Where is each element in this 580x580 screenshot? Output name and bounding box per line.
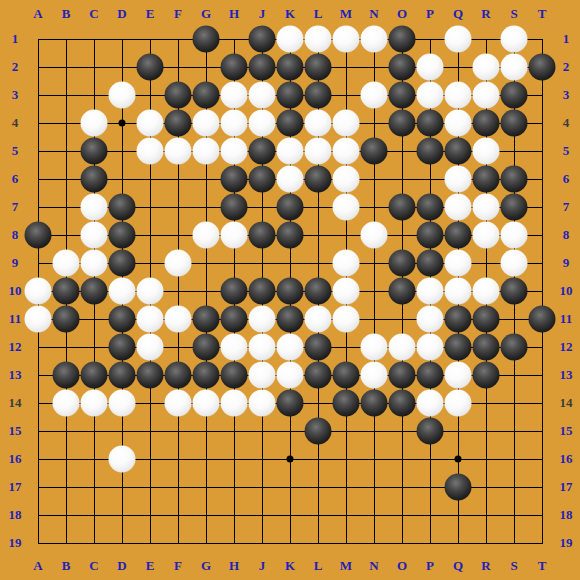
left-coord-label-8: 8 xyxy=(12,227,19,243)
black-stone-M14 xyxy=(333,390,360,417)
white-stone-G8 xyxy=(193,222,220,249)
black-stone-G1 xyxy=(193,26,220,53)
bottom-coord-label-S: S xyxy=(510,558,517,574)
black-stone-E13 xyxy=(137,362,164,389)
white-stone-L1 xyxy=(305,26,332,53)
left-coord-label-18: 18 xyxy=(9,507,22,523)
top-coord-label-D: D xyxy=(117,6,126,22)
white-stone-H14 xyxy=(221,390,248,417)
right-coord-label-4: 4 xyxy=(563,115,570,131)
black-stone-O2 xyxy=(389,54,416,81)
white-stone-J11 xyxy=(249,306,276,333)
bottom-coord-label-D: D xyxy=(117,558,126,574)
top-coord-label-B: B xyxy=(62,6,71,22)
right-coord-label-1: 1 xyxy=(563,31,570,47)
right-coord-label-8: 8 xyxy=(563,227,570,243)
black-stone-L10 xyxy=(305,278,332,305)
black-stone-R4 xyxy=(473,110,500,137)
black-stone-S4 xyxy=(501,110,528,137)
go-board[interactable]: AABBCCDDEEFFGGHHJJKKLLMMNNOOPPQQRRSSTT11… xyxy=(0,0,580,580)
white-stone-R8 xyxy=(473,222,500,249)
right-coord-label-3: 3 xyxy=(563,87,570,103)
black-stone-S3 xyxy=(501,82,528,109)
black-stone-P7 xyxy=(417,194,444,221)
black-stone-F13 xyxy=(165,362,192,389)
white-stone-H3 xyxy=(221,82,248,109)
white-stone-L4 xyxy=(305,110,332,137)
right-coord-label-10: 10 xyxy=(560,283,573,299)
black-stone-L3 xyxy=(305,82,332,109)
black-stone-P13 xyxy=(417,362,444,389)
left-coord-label-7: 7 xyxy=(12,199,19,215)
left-coord-label-13: 13 xyxy=(9,367,22,383)
white-stone-P14 xyxy=(417,390,444,417)
white-stone-N13 xyxy=(361,362,388,389)
white-stone-J12 xyxy=(249,334,276,361)
right-coord-label-5: 5 xyxy=(563,143,570,159)
white-stone-P11 xyxy=(417,306,444,333)
black-stone-K7 xyxy=(277,194,304,221)
white-stone-P3 xyxy=(417,82,444,109)
bottom-coord-label-J: J xyxy=(259,558,266,574)
black-stone-H11 xyxy=(221,306,248,333)
black-stone-K14 xyxy=(277,390,304,417)
black-stone-L15 xyxy=(305,418,332,445)
left-coord-label-15: 15 xyxy=(9,423,22,439)
grid-horizontal-line-15 xyxy=(38,431,543,432)
white-stone-E12 xyxy=(137,334,164,361)
black-stone-P8 xyxy=(417,222,444,249)
white-stone-R5 xyxy=(473,138,500,165)
black-stone-F4 xyxy=(165,110,192,137)
black-stone-B10 xyxy=(53,278,80,305)
bottom-coord-label-A: A xyxy=(33,558,42,574)
white-stone-H5 xyxy=(221,138,248,165)
left-coord-label-11: 11 xyxy=(9,311,21,327)
top-coord-label-T: T xyxy=(538,6,547,22)
white-stone-Q6 xyxy=(445,166,472,193)
black-stone-H13 xyxy=(221,362,248,389)
black-stone-K11 xyxy=(277,306,304,333)
black-stone-D11 xyxy=(109,306,136,333)
white-stone-Q4 xyxy=(445,110,472,137)
white-stone-Q1 xyxy=(445,26,472,53)
black-stone-O10 xyxy=(389,278,416,305)
white-stone-R2 xyxy=(473,54,500,81)
white-stone-M5 xyxy=(333,138,360,165)
bottom-coord-label-O: O xyxy=(397,558,407,574)
black-stone-M13 xyxy=(333,362,360,389)
bottom-coord-label-G: G xyxy=(201,558,211,574)
bottom-coord-label-T: T xyxy=(538,558,547,574)
white-stone-M1 xyxy=(333,26,360,53)
white-stone-E11 xyxy=(137,306,164,333)
black-stone-O9 xyxy=(389,250,416,277)
bottom-coord-label-F: F xyxy=(174,558,182,574)
white-stone-O12 xyxy=(389,334,416,361)
black-stone-C5 xyxy=(81,138,108,165)
black-stone-O13 xyxy=(389,362,416,389)
black-stone-P9 xyxy=(417,250,444,277)
right-coord-label-14: 14 xyxy=(560,395,573,411)
white-stone-J3 xyxy=(249,82,276,109)
right-coord-label-17: 17 xyxy=(560,479,573,495)
bottom-coord-label-R: R xyxy=(481,558,490,574)
left-coord-label-19: 19 xyxy=(9,535,22,551)
white-stone-H4 xyxy=(221,110,248,137)
black-stone-C13 xyxy=(81,362,108,389)
top-coord-label-O: O xyxy=(397,6,407,22)
white-stone-M4 xyxy=(333,110,360,137)
white-stone-N3 xyxy=(361,82,388,109)
white-stone-N1 xyxy=(361,26,388,53)
top-coord-label-H: H xyxy=(229,6,239,22)
right-coord-label-16: 16 xyxy=(560,451,573,467)
white-stone-B9 xyxy=(53,250,80,277)
white-stone-C9 xyxy=(81,250,108,277)
black-stone-S6 xyxy=(501,166,528,193)
star-point-Q16 xyxy=(455,456,462,463)
black-stone-L2 xyxy=(305,54,332,81)
white-stone-C8 xyxy=(81,222,108,249)
black-stone-G11 xyxy=(193,306,220,333)
white-stone-Q13 xyxy=(445,362,472,389)
white-stone-K1 xyxy=(277,26,304,53)
white-stone-D3 xyxy=(109,82,136,109)
black-stone-Q17 xyxy=(445,474,472,501)
white-stone-K6 xyxy=(277,166,304,193)
white-stone-L11 xyxy=(305,306,332,333)
black-stone-S7 xyxy=(501,194,528,221)
white-stone-P12 xyxy=(417,334,444,361)
white-stone-N8 xyxy=(361,222,388,249)
white-stone-R7 xyxy=(473,194,500,221)
right-coord-label-2: 2 xyxy=(563,59,570,75)
black-stone-G13 xyxy=(193,362,220,389)
black-stone-L6 xyxy=(305,166,332,193)
black-stone-R12 xyxy=(473,334,500,361)
bottom-coord-label-E: E xyxy=(146,558,155,574)
white-stone-F11 xyxy=(165,306,192,333)
bottom-coord-label-P: P xyxy=(426,558,434,574)
white-stone-H12 xyxy=(221,334,248,361)
black-stone-D7 xyxy=(109,194,136,221)
white-stone-J14 xyxy=(249,390,276,417)
top-coord-label-L: L xyxy=(314,6,323,22)
black-stone-H10 xyxy=(221,278,248,305)
white-stone-E4 xyxy=(137,110,164,137)
white-stone-A11 xyxy=(25,306,52,333)
grid-horizontal-line-19 xyxy=(38,543,543,544)
white-stone-M9 xyxy=(333,250,360,277)
white-stone-Q14 xyxy=(445,390,472,417)
white-stone-D14 xyxy=(109,390,136,417)
white-stone-P2 xyxy=(417,54,444,81)
white-stone-Q9 xyxy=(445,250,472,277)
black-stone-P4 xyxy=(417,110,444,137)
black-stone-N14 xyxy=(361,390,388,417)
bottom-coord-label-B: B xyxy=(62,558,71,574)
black-stone-E2 xyxy=(137,54,164,81)
white-stone-B14 xyxy=(53,390,80,417)
white-stone-M7 xyxy=(333,194,360,221)
white-stone-S2 xyxy=(501,54,528,81)
black-stone-Q11 xyxy=(445,306,472,333)
white-stone-L5 xyxy=(305,138,332,165)
white-stone-Q10 xyxy=(445,278,472,305)
white-stone-S1 xyxy=(501,26,528,53)
black-stone-Q12 xyxy=(445,334,472,361)
right-coord-label-12: 12 xyxy=(560,339,573,355)
left-coord-label-14: 14 xyxy=(9,395,22,411)
left-coord-label-1: 1 xyxy=(12,31,19,47)
black-stone-O14 xyxy=(389,390,416,417)
black-stone-T2 xyxy=(529,54,556,81)
white-stone-J4 xyxy=(249,110,276,137)
top-coord-label-F: F xyxy=(174,6,182,22)
black-stone-D8 xyxy=(109,222,136,249)
white-stone-F9 xyxy=(165,250,192,277)
black-stone-F3 xyxy=(165,82,192,109)
black-stone-G12 xyxy=(193,334,220,361)
black-stone-P5 xyxy=(417,138,444,165)
black-stone-D12 xyxy=(109,334,136,361)
left-coord-label-12: 12 xyxy=(9,339,22,355)
top-coord-label-E: E xyxy=(146,6,155,22)
top-coord-label-Q: Q xyxy=(453,6,463,22)
black-stone-P15 xyxy=(417,418,444,445)
top-coord-label-P: P xyxy=(426,6,434,22)
white-stone-K13 xyxy=(277,362,304,389)
right-coord-label-13: 13 xyxy=(560,367,573,383)
white-stone-A10 xyxy=(25,278,52,305)
white-stone-K12 xyxy=(277,334,304,361)
black-stone-J5 xyxy=(249,138,276,165)
black-stone-D13 xyxy=(109,362,136,389)
left-coord-label-10: 10 xyxy=(9,283,22,299)
white-stone-M11 xyxy=(333,306,360,333)
black-stone-J1 xyxy=(249,26,276,53)
left-coord-label-3: 3 xyxy=(12,87,19,103)
black-stone-T11 xyxy=(529,306,556,333)
right-coord-label-6: 6 xyxy=(563,171,570,187)
black-stone-J2 xyxy=(249,54,276,81)
black-stone-C10 xyxy=(81,278,108,305)
left-coord-label-2: 2 xyxy=(12,59,19,75)
black-stone-G3 xyxy=(193,82,220,109)
white-stone-R10 xyxy=(473,278,500,305)
top-coord-label-R: R xyxy=(481,6,490,22)
left-coord-label-16: 16 xyxy=(9,451,22,467)
white-stone-C14 xyxy=(81,390,108,417)
black-stone-R11 xyxy=(473,306,500,333)
black-stone-L13 xyxy=(305,362,332,389)
black-stone-B13 xyxy=(53,362,80,389)
white-stone-N12 xyxy=(361,334,388,361)
top-coord-label-K: K xyxy=(285,6,295,22)
white-stone-E10 xyxy=(137,278,164,305)
black-stone-S12 xyxy=(501,334,528,361)
black-stone-K8 xyxy=(277,222,304,249)
white-stone-Q7 xyxy=(445,194,472,221)
right-coord-label-19: 19 xyxy=(560,535,573,551)
white-stone-G4 xyxy=(193,110,220,137)
bottom-coord-label-N: N xyxy=(369,558,378,574)
black-stone-S10 xyxy=(501,278,528,305)
black-stone-L12 xyxy=(305,334,332,361)
right-coord-label-11: 11 xyxy=(560,311,572,327)
black-stone-R13 xyxy=(473,362,500,389)
bottom-coord-label-K: K xyxy=(285,558,295,574)
black-stone-Q8 xyxy=(445,222,472,249)
white-stone-S9 xyxy=(501,250,528,277)
grid-horizontal-line-18 xyxy=(38,515,543,516)
black-stone-H6 xyxy=(221,166,248,193)
white-stone-K5 xyxy=(277,138,304,165)
left-coord-label-5: 5 xyxy=(12,143,19,159)
black-stone-K10 xyxy=(277,278,304,305)
black-stone-D9 xyxy=(109,250,136,277)
right-coord-label-15: 15 xyxy=(560,423,573,439)
right-coord-label-18: 18 xyxy=(560,507,573,523)
white-stone-S8 xyxy=(501,222,528,249)
black-stone-J6 xyxy=(249,166,276,193)
grid-vertical-line-T xyxy=(542,39,543,544)
white-stone-G5 xyxy=(193,138,220,165)
white-stone-J13 xyxy=(249,362,276,389)
top-coord-label-J: J xyxy=(259,6,266,22)
left-coord-label-6: 6 xyxy=(12,171,19,187)
white-stone-M6 xyxy=(333,166,360,193)
top-coord-label-M: M xyxy=(340,6,352,22)
white-stone-M10 xyxy=(333,278,360,305)
white-stone-Q3 xyxy=(445,82,472,109)
black-stone-R6 xyxy=(473,166,500,193)
black-stone-O3 xyxy=(389,82,416,109)
right-coord-label-9: 9 xyxy=(563,255,570,271)
black-stone-K2 xyxy=(277,54,304,81)
left-coord-label-4: 4 xyxy=(12,115,19,131)
black-stone-H2 xyxy=(221,54,248,81)
black-stone-H7 xyxy=(221,194,248,221)
white-stone-D10 xyxy=(109,278,136,305)
bottom-coord-label-M: M xyxy=(340,558,352,574)
bottom-coord-label-L: L xyxy=(314,558,323,574)
white-stone-F14 xyxy=(165,390,192,417)
white-stone-E5 xyxy=(137,138,164,165)
white-stone-D16 xyxy=(109,446,136,473)
top-coord-label-A: A xyxy=(33,6,42,22)
black-stone-A8 xyxy=(25,222,52,249)
left-coord-label-9: 9 xyxy=(12,255,19,271)
black-stone-K4 xyxy=(277,110,304,137)
black-stone-B11 xyxy=(53,306,80,333)
star-point-D4 xyxy=(119,120,126,127)
black-stone-J10 xyxy=(249,278,276,305)
white-stone-H8 xyxy=(221,222,248,249)
bottom-coord-label-H: H xyxy=(229,558,239,574)
top-coord-label-N: N xyxy=(369,6,378,22)
white-stone-P10 xyxy=(417,278,444,305)
left-coord-label-17: 17 xyxy=(9,479,22,495)
white-stone-C4 xyxy=(81,110,108,137)
black-stone-J8 xyxy=(249,222,276,249)
black-stone-Q5 xyxy=(445,138,472,165)
white-stone-C7 xyxy=(81,194,108,221)
black-stone-O4 xyxy=(389,110,416,137)
grid-vertical-line-N xyxy=(374,39,375,544)
top-coord-label-G: G xyxy=(201,6,211,22)
black-stone-C6 xyxy=(81,166,108,193)
white-stone-F5 xyxy=(165,138,192,165)
top-coord-label-C: C xyxy=(89,6,98,22)
black-stone-O7 xyxy=(389,194,416,221)
white-stone-G14 xyxy=(193,390,220,417)
black-stone-N5 xyxy=(361,138,388,165)
star-point-K16 xyxy=(287,456,294,463)
bottom-coord-label-Q: Q xyxy=(453,558,463,574)
bottom-coord-label-C: C xyxy=(89,558,98,574)
right-coord-label-7: 7 xyxy=(563,199,570,215)
top-coord-label-S: S xyxy=(510,6,517,22)
black-stone-O1 xyxy=(389,26,416,53)
black-stone-K3 xyxy=(277,82,304,109)
white-stone-R3 xyxy=(473,82,500,109)
